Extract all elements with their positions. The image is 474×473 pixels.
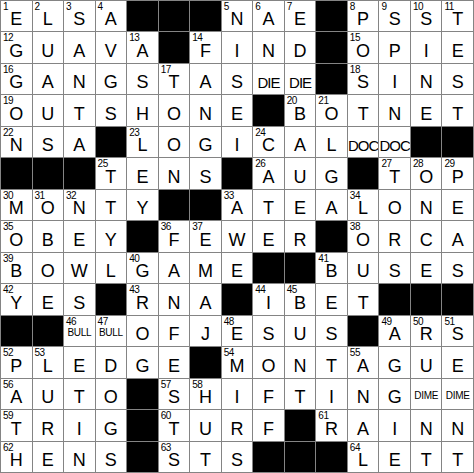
cell-letter: T	[105, 199, 116, 217]
cell-r3c6[interactable]: 17T	[159, 64, 190, 94]
cell-r9c7[interactable]: M	[190, 253, 221, 283]
cell-r10c7[interactable]: A	[190, 284, 221, 314]
cell-r1c15[interactable]: 11T	[442, 1, 473, 31]
clue-number: 57	[161, 379, 171, 390]
cell-letter: S	[452, 73, 464, 91]
cell-r2c14[interactable]: I	[411, 32, 442, 62]
cell-r14c1[interactable]: 59T	[1, 410, 32, 440]
cell-r3c15[interactable]: S	[442, 64, 473, 94]
cell-r3c3[interactable]: N	[64, 64, 95, 94]
cell-letter: I	[392, 420, 397, 438]
cell-r2c8[interactable]: I	[222, 32, 253, 62]
cell-letter: E	[231, 325, 243, 343]
cell-r3c8[interactable]: S	[222, 64, 253, 94]
cell-r9c5[interactable]: 40G	[127, 253, 158, 283]
cell-r13c12[interactable]: N	[348, 379, 379, 409]
cell-r6c14[interactable]: 28O	[411, 158, 442, 188]
cell-r13c4[interactable]: O	[96, 379, 127, 409]
cell-letter: L	[43, 10, 53, 28]
cell-r4c14[interactable]: E	[411, 95, 442, 125]
cell-r11c14[interactable]: 50R	[411, 316, 442, 346]
cell-letter: T	[200, 451, 211, 469]
cell-r13c3[interactable]: T	[64, 379, 95, 409]
cell-r12c4[interactable]: D	[96, 347, 127, 377]
cell-r4c5[interactable]: H	[127, 95, 158, 125]
cell-r7c8[interactable]: 33A	[222, 190, 253, 220]
clue-number: 43	[129, 284, 139, 295]
cell-r11c6[interactable]: F	[159, 316, 190, 346]
cell-r4c2[interactable]: U	[33, 95, 64, 125]
cell-r13c14[interactable]: DIME	[411, 379, 442, 409]
cell-r2c7[interactable]: 14F	[190, 32, 221, 62]
cell-r6c15[interactable]: 29P	[442, 158, 473, 188]
cell-r8c3[interactable]: E	[64, 221, 95, 251]
cell-letter: J	[201, 325, 210, 343]
cell-letter: DIME	[414, 391, 438, 401]
cell-r9c8[interactable]: E	[222, 253, 253, 283]
clue-number: 45	[287, 284, 297, 295]
cell-letter: C	[262, 136, 275, 154]
cell-r4c3[interactable]: T	[64, 95, 95, 125]
cell-r12c6[interactable]: E	[159, 347, 190, 377]
cell-r1c10[interactable]: 7E	[285, 1, 316, 31]
cell-r2c1[interactable]: 12G	[1, 32, 32, 62]
black-cell-r6c8	[222, 158, 253, 188]
black-cell-r13c5	[127, 379, 158, 409]
cell-r13c2[interactable]: U	[33, 379, 64, 409]
cell-r6c10[interactable]: U	[285, 158, 316, 188]
cell-r11c5[interactable]: O	[127, 316, 158, 346]
cell-r10c9[interactable]: 44I	[253, 284, 284, 314]
cell-letter: A	[168, 262, 180, 280]
cell-r3c13[interactable]: I	[379, 64, 410, 94]
cell-r1c1[interactable]: 1E	[1, 1, 32, 31]
cell-r9c15[interactable]: S	[442, 253, 473, 283]
cell-r1c14[interactable]: 10S	[411, 1, 442, 31]
cell-r15c15[interactable]: T	[442, 442, 473, 472]
cell-letter: O	[9, 231, 23, 249]
clue-number: 49	[381, 316, 391, 327]
cell-r8c13[interactable]: R	[379, 221, 410, 251]
cell-letter: S	[389, 10, 401, 28]
cell-r10c6[interactable]: N	[159, 284, 190, 314]
cell-r8c2[interactable]: B	[33, 221, 64, 251]
clue-number: 31	[35, 190, 45, 201]
cell-r5c8[interactable]: I	[222, 127, 253, 157]
cell-r13c8[interactable]: I	[222, 379, 253, 409]
cell-r4c4[interactable]: S	[96, 95, 127, 125]
cell-r5c5[interactable]: 23L	[127, 127, 158, 157]
cell-letter: O	[388, 199, 402, 217]
black-cell-r5c4	[96, 127, 127, 157]
cell-r12c13[interactable]: G	[379, 347, 410, 377]
clue-number: 12	[3, 32, 13, 43]
clue-number: 17	[161, 64, 171, 75]
cell-r15c6[interactable]: 63S	[159, 442, 190, 472]
cell-r12c11[interactable]: T	[316, 347, 347, 377]
cell-r14c12[interactable]: A	[348, 410, 379, 440]
cell-letter: H	[199, 388, 212, 406]
cell-r11c4[interactable]: 47BULL	[96, 316, 127, 346]
cell-r15c8[interactable]: S	[222, 442, 253, 472]
clue-number: 33	[224, 190, 234, 201]
cell-r1c4[interactable]: 4A	[96, 1, 127, 31]
cell-r8c9[interactable]: E	[253, 221, 284, 251]
cell-letter: S	[42, 136, 54, 154]
cell-r12c3[interactable]: E	[64, 347, 95, 377]
cell-r10c11[interactable]: E	[316, 284, 347, 314]
cell-r15c1[interactable]: 62H	[1, 442, 32, 472]
cell-letter: S	[73, 10, 85, 28]
cell-r6c13[interactable]: 27T	[379, 158, 410, 188]
cell-r10c5[interactable]: 43R	[127, 284, 158, 314]
cell-r6c9[interactable]: 26A	[253, 158, 284, 188]
cell-letter: E	[294, 199, 306, 217]
cell-r14c9[interactable]: F	[253, 410, 284, 440]
cell-r12c5[interactable]: G	[127, 347, 158, 377]
cell-r3c14[interactable]: N	[411, 64, 442, 94]
cell-r10c10[interactable]: 45B	[285, 284, 316, 314]
cell-letter: T	[421, 451, 432, 469]
cell-letter: N	[294, 357, 307, 375]
cell-letter: G	[388, 357, 402, 375]
cell-r15c3[interactable]: N	[64, 442, 95, 472]
black-cell-r15c5	[127, 442, 158, 472]
cell-letter: A	[357, 420, 369, 438]
cell-r14c3[interactable]: I	[64, 410, 95, 440]
cell-r11c10[interactable]: U	[285, 316, 316, 346]
black-cell-r14c10	[285, 410, 316, 440]
cell-letter: E	[136, 168, 148, 186]
clue-number: 6	[255, 1, 260, 12]
cell-r10c3[interactable]: S	[64, 284, 95, 314]
cell-r7c11[interactable]: A	[316, 190, 347, 220]
cell-r8c6[interactable]: 36F	[159, 221, 190, 251]
clue-number: 56	[3, 379, 13, 390]
cell-letter: G	[325, 168, 339, 186]
cell-r11c11[interactable]: S	[316, 316, 347, 346]
cell-r8c10[interactable]: R	[285, 221, 316, 251]
cell-r14c14[interactable]: N	[411, 410, 442, 440]
cell-r9c1[interactable]: 39B	[1, 253, 32, 283]
cell-letter: A	[389, 325, 401, 343]
cell-r13c6[interactable]: 57S	[159, 379, 190, 409]
cell-r15c2[interactable]: E	[33, 442, 64, 472]
clue-number: 60	[161, 410, 171, 421]
cell-r5c12[interactable]: DOC	[348, 127, 379, 157]
cell-r9c13[interactable]: S	[379, 253, 410, 283]
clue-number: 61	[318, 410, 328, 421]
cell-r2c5[interactable]: 13A	[127, 32, 158, 62]
cell-r2c15[interactable]: E	[442, 32, 473, 62]
cell-r8c15[interactable]: A	[442, 221, 473, 251]
cell-r8c12[interactable]: 38O	[348, 221, 379, 251]
cell-letter: R	[325, 420, 338, 438]
cell-r14c7[interactable]: U	[190, 410, 221, 440]
cell-letter: N	[73, 73, 86, 91]
cell-r2c3[interactable]: A	[64, 32, 95, 62]
cell-letter: R	[420, 325, 433, 343]
cell-r1c8[interactable]: 5N	[222, 1, 253, 31]
cell-r10c12[interactable]: T	[348, 284, 379, 314]
cell-r2c13[interactable]: P	[379, 32, 410, 62]
cell-r1c2[interactable]: 2L	[33, 1, 64, 31]
cell-r4c7[interactable]: N	[190, 95, 221, 125]
clue-number: 53	[35, 347, 45, 358]
cell-letter: F	[263, 388, 274, 406]
cell-letter: L	[358, 451, 368, 469]
cell-r14c15[interactable]: N	[442, 410, 473, 440]
clue-number: 41	[318, 253, 328, 264]
cell-letter: C	[420, 231, 433, 249]
cell-r9c6[interactable]: A	[159, 253, 190, 283]
black-cell-r11c2	[33, 316, 64, 346]
cell-letter: G	[135, 262, 149, 280]
cell-letter: O	[356, 42, 370, 60]
cell-r6c4[interactable]: 25T	[96, 158, 127, 188]
cell-r1c9[interactable]: 6A	[253, 1, 284, 31]
cell-r9c3[interactable]: W	[64, 253, 95, 283]
cell-r5c2[interactable]: S	[33, 127, 64, 157]
black-cell-r6c2	[33, 158, 64, 188]
cell-r5c11[interactable]: L	[316, 127, 347, 157]
clue-number: 19	[3, 95, 13, 106]
cell-r9c11[interactable]: 41B	[316, 253, 347, 283]
cell-letter: E	[263, 231, 275, 249]
clue-number: 3	[66, 1, 71, 12]
cell-letter: E	[452, 42, 464, 60]
cell-r5c9[interactable]: 24C	[253, 127, 284, 157]
cell-r15c7[interactable]: T	[190, 442, 221, 472]
cell-r1c3[interactable]: 3S	[64, 1, 95, 31]
cell-letter: B	[294, 294, 306, 312]
cell-r15c14[interactable]: T	[411, 442, 442, 472]
cell-letter: A	[231, 199, 243, 217]
cell-letter: S	[105, 451, 117, 469]
cell-r11c13[interactable]: 49A	[379, 316, 410, 346]
cell-r5c13[interactable]: DOC	[379, 127, 410, 157]
cell-r8c4[interactable]: Y	[96, 221, 127, 251]
cell-letter: P	[10, 357, 22, 375]
cell-r1c12[interactable]: 8P	[348, 1, 379, 31]
cell-r4c10[interactable]: 20B	[285, 95, 316, 125]
cell-r1c13[interactable]: 9S	[379, 1, 410, 31]
clue-number: 8	[350, 1, 355, 12]
cell-r5c10[interactable]: A	[285, 127, 316, 157]
cell-r8c14[interactable]: C	[411, 221, 442, 251]
cell-r2c9[interactable]: N	[253, 32, 284, 62]
cell-letter: E	[199, 231, 211, 249]
black-cell-r3c11	[316, 64, 347, 94]
cell-r13c11[interactable]: I	[316, 379, 347, 409]
cell-letter: R	[294, 231, 307, 249]
cell-r3c12[interactable]: 18S	[348, 64, 379, 94]
clue-number: 32	[66, 190, 76, 201]
cell-r14c8[interactable]: R	[222, 410, 253, 440]
cell-r12c12[interactable]: 55A	[348, 347, 379, 377]
cell-r7c14[interactable]: N	[411, 190, 442, 220]
clue-number: 10	[413, 1, 423, 12]
cell-r4c15[interactable]: T	[442, 95, 473, 125]
cell-r5c1[interactable]: 22N	[1, 127, 32, 157]
cell-r13c1[interactable]: 56A	[1, 379, 32, 409]
cell-r11c9[interactable]: S	[253, 316, 284, 346]
cell-r11c8[interactable]: 48E	[222, 316, 253, 346]
cell-r14c4[interactable]: G	[96, 410, 127, 440]
cell-r14c13[interactable]: I	[379, 410, 410, 440]
cell-letter: G	[388, 388, 402, 406]
cell-r2c4[interactable]: V	[96, 32, 127, 62]
cell-letter: H	[10, 451, 23, 469]
clue-number: 24	[255, 127, 265, 138]
cell-r9c4[interactable]: L	[96, 253, 127, 283]
cell-r4c12[interactable]: T	[348, 95, 379, 125]
black-cell-r5c14	[411, 127, 442, 157]
cell-r7c4[interactable]: T	[96, 190, 127, 220]
cell-r9c2[interactable]: O	[33, 253, 64, 283]
cell-letter: A	[10, 388, 22, 406]
cell-r12c8[interactable]: 54M	[222, 347, 253, 377]
cell-r3c9[interactable]: DIE	[253, 64, 284, 94]
cell-r13c15[interactable]: DIME	[442, 379, 473, 409]
cell-r11c3[interactable]: 46BULL	[64, 316, 95, 346]
cell-r10c1[interactable]: 42Y	[1, 284, 32, 314]
cell-r6c7[interactable]: S	[190, 158, 221, 188]
cell-r7c9[interactable]: T	[253, 190, 284, 220]
cell-r9c14[interactable]: E	[411, 253, 442, 283]
black-cell-r6c3	[64, 158, 95, 188]
cell-r7c3[interactable]: 32N	[64, 190, 95, 220]
black-cell-r6c1	[1, 158, 32, 188]
cell-letter: S	[231, 451, 243, 469]
cell-r13c10[interactable]: T	[285, 379, 316, 409]
cell-r8c7[interactable]: 37E	[190, 221, 221, 251]
cell-r8c8[interactable]: W	[222, 221, 253, 251]
cell-r12c9[interactable]: O	[253, 347, 284, 377]
cell-r13c7[interactable]: 58H	[190, 379, 221, 409]
cell-r11c15[interactable]: 51S	[442, 316, 473, 346]
cell-r7c2[interactable]: 31O	[33, 190, 64, 220]
cell-r11c7[interactable]: J	[190, 316, 221, 346]
cell-letter: DIME	[446, 391, 470, 401]
cell-letter: T	[326, 357, 337, 375]
clue-number: 25	[98, 158, 108, 169]
cell-letter: N	[167, 168, 180, 186]
clue-number: 55	[350, 347, 360, 358]
cell-r6c6[interactable]: N	[159, 158, 190, 188]
cell-r7c1[interactable]: 30M	[1, 190, 32, 220]
clue-number: 44	[255, 284, 265, 295]
black-cell-r11c12	[348, 316, 379, 346]
cell-r5c7[interactable]: G	[190, 127, 221, 157]
cell-r7c13[interactable]: O	[379, 190, 410, 220]
clue-number: 35	[3, 221, 13, 232]
cell-r7c12[interactable]: 34L	[348, 190, 379, 220]
cell-r13c13[interactable]: G	[379, 379, 410, 409]
cell-r5c6[interactable]: O	[159, 127, 190, 157]
clue-number: 52	[3, 347, 13, 358]
cell-letter: I	[234, 388, 239, 406]
black-cell-r1c5	[127, 1, 158, 31]
cell-r3c10[interactable]: DIE	[285, 64, 316, 94]
cell-letter: L	[137, 136, 147, 154]
clue-number: 5	[224, 1, 229, 12]
cell-letter: S	[73, 294, 85, 312]
cell-r15c12[interactable]: 64L	[348, 442, 379, 472]
cell-r3c5[interactable]: S	[127, 64, 158, 94]
cell-r12c2[interactable]: 53L	[33, 347, 64, 377]
cell-r12c10[interactable]: N	[285, 347, 316, 377]
cell-letter: E	[231, 262, 243, 280]
cell-r4c6[interactable]: O	[159, 95, 190, 125]
clue-number: 2	[35, 1, 40, 12]
cell-r6c11[interactable]: G	[316, 158, 347, 188]
cell-letter: L	[43, 357, 53, 375]
cell-r4c11[interactable]: 21O	[316, 95, 347, 125]
clue-number: 9	[381, 1, 386, 12]
cell-r13c9[interactable]: F	[253, 379, 284, 409]
cell-r3c7[interactable]: A	[190, 64, 221, 94]
cell-letter: T	[74, 105, 85, 123]
cell-r7c15[interactable]: E	[442, 190, 473, 220]
cell-letter: B	[326, 262, 338, 280]
cell-letter: U	[41, 42, 54, 60]
cell-r7c10[interactable]: E	[285, 190, 316, 220]
cell-letter: T	[452, 451, 463, 469]
cell-r6c5[interactable]: E	[127, 158, 158, 188]
cell-r3c1[interactable]: 16G	[1, 64, 32, 94]
cell-r12c15[interactable]: E	[442, 347, 473, 377]
cell-r12c14[interactable]: U	[411, 347, 442, 377]
cell-r14c6[interactable]: 60T	[159, 410, 190, 440]
cell-r14c2[interactable]: R	[33, 410, 64, 440]
cell-r3c4[interactable]: G	[96, 64, 127, 94]
cell-letter: B	[294, 105, 306, 123]
cell-letter: O	[41, 199, 55, 217]
cell-r14c11[interactable]: 61R	[316, 410, 347, 440]
cell-r8c1[interactable]: 35O	[1, 221, 32, 251]
cell-r12c1[interactable]: 52P	[1, 347, 32, 377]
cell-r9c12[interactable]: U	[348, 253, 379, 283]
cell-r2c10[interactable]: D	[285, 32, 316, 62]
cell-letter: A	[294, 136, 306, 154]
cell-r3c2[interactable]: A	[33, 64, 64, 94]
cell-r4c1[interactable]: 19O	[1, 95, 32, 125]
cell-letter: Y	[136, 199, 148, 217]
cell-r2c12[interactable]: 15O	[348, 32, 379, 62]
cell-letter: T	[358, 105, 369, 123]
cell-r15c4[interactable]: S	[96, 442, 127, 472]
cell-r5c3[interactable]: A	[64, 127, 95, 157]
cell-r2c2[interactable]: U	[33, 32, 64, 62]
cell-letter: N	[388, 105, 401, 123]
cell-r4c13[interactable]: N	[379, 95, 410, 125]
cell-letter: I	[424, 42, 429, 60]
cell-letter: I	[329, 388, 334, 406]
cell-letter: F	[200, 42, 211, 60]
cell-letter: I	[392, 73, 397, 91]
cell-r7c5[interactable]: Y	[127, 190, 158, 220]
cell-letter: R	[41, 420, 54, 438]
cell-letter: F	[168, 231, 179, 249]
black-cell-r11c1	[1, 316, 32, 346]
clue-number: 15	[350, 32, 360, 43]
cell-letter: E	[73, 231, 85, 249]
cell-r15c13[interactable]: E	[379, 442, 410, 472]
clue-number: 48	[224, 316, 234, 327]
cell-r10c2[interactable]: E	[33, 284, 64, 314]
cell-r4c8[interactable]: E	[222, 95, 253, 125]
